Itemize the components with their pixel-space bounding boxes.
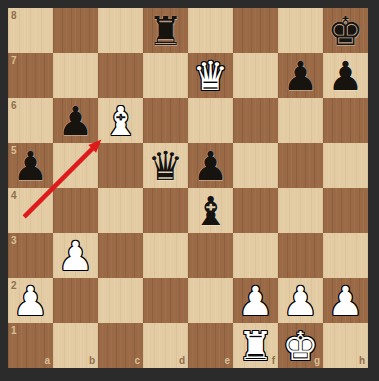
black-bishop-e4[interactable]: ♝ bbox=[188, 188, 233, 233]
square-b3[interactable]: ♟ bbox=[53, 233, 98, 278]
square-h6[interactable] bbox=[323, 98, 368, 143]
square-c7[interactable] bbox=[98, 53, 143, 98]
white-rook-f1[interactable]: ♜ bbox=[233, 323, 278, 368]
white-bishop-c6[interactable]: ♝ bbox=[98, 98, 143, 143]
black-queen-d5[interactable]: ♛ bbox=[143, 143, 188, 188]
square-h1[interactable]: h bbox=[323, 323, 368, 368]
square-c6[interactable]: ♝ bbox=[98, 98, 143, 143]
square-e6[interactable] bbox=[188, 98, 233, 143]
file-label-a: a bbox=[44, 356, 50, 366]
square-c8[interactable] bbox=[98, 8, 143, 53]
square-g7[interactable]: ♟ bbox=[278, 53, 323, 98]
square-h8[interactable]: ♚ bbox=[323, 8, 368, 53]
square-f3[interactable] bbox=[233, 233, 278, 278]
black-pawn-h7[interactable]: ♟ bbox=[323, 53, 368, 98]
file-label-d: d bbox=[179, 356, 185, 366]
black-pawn-b6[interactable]: ♟ bbox=[53, 98, 98, 143]
square-f2[interactable]: ♟ bbox=[233, 278, 278, 323]
square-f6[interactable] bbox=[233, 98, 278, 143]
square-g4[interactable] bbox=[278, 188, 323, 233]
square-a2[interactable]: 2♟ bbox=[8, 278, 53, 323]
square-d3[interactable] bbox=[143, 233, 188, 278]
square-g3[interactable] bbox=[278, 233, 323, 278]
rank-label-6: 6 bbox=[11, 101, 17, 111]
black-rook-d8[interactable]: ♜ bbox=[143, 8, 188, 53]
square-f8[interactable] bbox=[233, 8, 278, 53]
square-d5[interactable]: ♛ bbox=[143, 143, 188, 188]
rank-label-4: 4 bbox=[11, 191, 17, 201]
square-b8[interactable] bbox=[53, 8, 98, 53]
square-g8[interactable] bbox=[278, 8, 323, 53]
square-e8[interactable] bbox=[188, 8, 233, 53]
square-f7[interactable] bbox=[233, 53, 278, 98]
square-b5[interactable] bbox=[53, 143, 98, 188]
square-d7[interactable] bbox=[143, 53, 188, 98]
square-h5[interactable] bbox=[323, 143, 368, 188]
square-c2[interactable] bbox=[98, 278, 143, 323]
black-pawn-g7[interactable]: ♟ bbox=[278, 53, 323, 98]
square-a3[interactable]: 3 bbox=[8, 233, 53, 278]
white-queen-e7[interactable]: ♛ bbox=[188, 53, 233, 98]
square-b7[interactable] bbox=[53, 53, 98, 98]
rank-label-7: 7 bbox=[11, 56, 17, 66]
black-king-h8[interactable]: ♚ bbox=[323, 8, 368, 53]
square-f1[interactable]: f♜ bbox=[233, 323, 278, 368]
black-pawn-e5[interactable]: ♟ bbox=[188, 143, 233, 188]
square-b1[interactable]: b bbox=[53, 323, 98, 368]
square-a1[interactable]: 1a bbox=[8, 323, 53, 368]
square-e7[interactable]: ♛ bbox=[188, 53, 233, 98]
rank-label-1: 1 bbox=[11, 326, 17, 336]
rank-label-3: 3 bbox=[11, 236, 17, 246]
white-pawn-f2[interactable]: ♟ bbox=[233, 278, 278, 323]
square-a7[interactable]: 7 bbox=[8, 53, 53, 98]
square-d4[interactable] bbox=[143, 188, 188, 233]
square-c5[interactable] bbox=[98, 143, 143, 188]
square-d8[interactable]: ♜ bbox=[143, 8, 188, 53]
square-h7[interactable]: ♟ bbox=[323, 53, 368, 98]
square-b6[interactable]: ♟ bbox=[53, 98, 98, 143]
chess-board: 8♜♚7♛♟♟6♟♝5♟♛♟4♝3♟2♟♟♟♟1abcdef♜g♚h bbox=[8, 8, 368, 368]
square-c3[interactable] bbox=[98, 233, 143, 278]
square-f5[interactable] bbox=[233, 143, 278, 188]
square-g1[interactable]: g♚ bbox=[278, 323, 323, 368]
file-label-h: h bbox=[359, 356, 365, 366]
square-a8[interactable]: 8 bbox=[8, 8, 53, 53]
white-king-g1[interactable]: ♚ bbox=[278, 323, 323, 368]
file-label-e: e bbox=[224, 356, 230, 366]
square-d1[interactable]: d bbox=[143, 323, 188, 368]
square-e5[interactable]: ♟ bbox=[188, 143, 233, 188]
white-pawn-b3[interactable]: ♟ bbox=[53, 233, 98, 278]
square-g6[interactable] bbox=[278, 98, 323, 143]
square-h4[interactable] bbox=[323, 188, 368, 233]
black-pawn-a5[interactable]: ♟ bbox=[8, 143, 53, 188]
square-g2[interactable]: ♟ bbox=[278, 278, 323, 323]
square-g5[interactable] bbox=[278, 143, 323, 188]
square-b4[interactable] bbox=[53, 188, 98, 233]
square-e1[interactable]: e bbox=[188, 323, 233, 368]
white-pawn-a2[interactable]: ♟ bbox=[8, 278, 53, 323]
square-f4[interactable] bbox=[233, 188, 278, 233]
square-c4[interactable] bbox=[98, 188, 143, 233]
file-label-b: b bbox=[89, 356, 95, 366]
file-label-c: c bbox=[134, 356, 140, 366]
square-e3[interactable] bbox=[188, 233, 233, 278]
white-pawn-h2[interactable]: ♟ bbox=[323, 278, 368, 323]
square-a5[interactable]: 5♟ bbox=[8, 143, 53, 188]
white-pawn-g2[interactable]: ♟ bbox=[278, 278, 323, 323]
rank-label-8: 8 bbox=[11, 11, 17, 21]
square-a6[interactable]: 6 bbox=[8, 98, 53, 143]
square-d2[interactable] bbox=[143, 278, 188, 323]
square-e4[interactable]: ♝ bbox=[188, 188, 233, 233]
square-b2[interactable] bbox=[53, 278, 98, 323]
square-d6[interactable] bbox=[143, 98, 188, 143]
square-a4[interactable]: 4 bbox=[8, 188, 53, 233]
square-c1[interactable]: c bbox=[98, 323, 143, 368]
square-e2[interactable] bbox=[188, 278, 233, 323]
square-h2[interactable]: ♟ bbox=[323, 278, 368, 323]
square-h3[interactable] bbox=[323, 233, 368, 278]
